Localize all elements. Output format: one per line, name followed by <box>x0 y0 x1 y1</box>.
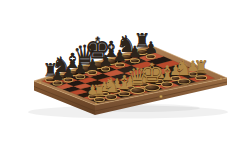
chess-set-photo-scene: ♜♞♝♛♚♝♞♜♟♟♟♟♟♟♟♟♟♟♟♟♟♟♟♟♜♞♝♛♚♝♞♜ <box>0 0 240 150</box>
brass-stud-0 <box>39 82 41 84</box>
piece-black-pawn-h7[interactable]: ♟ <box>144 40 158 59</box>
piece-base <box>105 94 117 100</box>
piece-black-pawn-c7[interactable]: ♟ <box>73 61 86 79</box>
black-pawn-icon: ♟ <box>73 61 86 75</box>
white-knight-icon: ♞ <box>174 60 193 80</box>
piece-black-pawn-f7[interactable]: ♟ <box>113 49 127 67</box>
piece-white-rook-h1[interactable]: ♜ <box>193 60 209 81</box>
piece-base <box>196 75 207 81</box>
white-rook-icon: ♜ <box>92 83 106 98</box>
piece-base <box>177 78 190 84</box>
brass-stud-3 <box>95 103 97 105</box>
brass-stud-2 <box>220 78 222 80</box>
piece-base <box>87 70 97 75</box>
piece-base <box>75 74 85 79</box>
piece-white-knight-g1[interactable]: ♞ <box>174 60 193 85</box>
piece-base <box>94 97 104 102</box>
piece-black-pawn-a7[interactable]: ♟ <box>51 68 64 85</box>
black-pawn-icon: ♟ <box>144 40 158 55</box>
piece-white-rook-a1[interactable]: ♜ <box>92 83 106 102</box>
piece-black-pawn-e7[interactable]: ♟ <box>99 53 113 71</box>
piece-black-pawn-d7[interactable]: ♟ <box>86 58 99 76</box>
piece-base <box>64 77 74 82</box>
piece-base <box>101 67 111 72</box>
piece-base <box>115 63 125 68</box>
piece-base <box>53 80 63 85</box>
brass-clasp <box>160 95 163 98</box>
